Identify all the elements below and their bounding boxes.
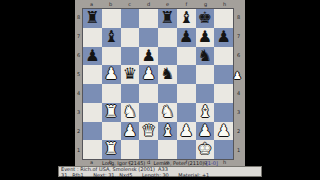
black-rook-e8: ♜ bbox=[160, 9, 174, 28]
square-c1 bbox=[121, 140, 140, 159]
board-panel: abcdefgh abcdefgh 87654321 87654321 ♜♜♝♚… bbox=[75, 0, 245, 177]
square-d5: ♟ bbox=[139, 65, 158, 84]
square-c7 bbox=[121, 28, 140, 47]
coord-label: 2 bbox=[234, 122, 243, 141]
white-pawn-g2: ♟ bbox=[198, 122, 212, 141]
square-h2: ♟ bbox=[214, 122, 233, 141]
coord-label: 6 bbox=[234, 46, 243, 65]
square-b1: ♜ bbox=[102, 140, 121, 159]
square-e8: ♜ bbox=[158, 9, 177, 28]
square-f4 bbox=[177, 84, 196, 103]
square-b2 bbox=[102, 122, 121, 141]
square-b6 bbox=[102, 47, 121, 66]
square-a5 bbox=[83, 65, 102, 84]
black-pawn-a6: ♟ bbox=[85, 47, 99, 66]
video-frame: abcdefgh abcdefgh 87654321 87654321 ♜♜♝♚… bbox=[0, 0, 320, 180]
black-rook-a8: ♜ bbox=[85, 9, 99, 28]
square-d3 bbox=[139, 103, 158, 122]
coord-label: h bbox=[215, 1, 234, 7]
rank-labels-left: 87654321 bbox=[75, 8, 82, 160]
square-e4 bbox=[158, 84, 177, 103]
coord-label: 5 bbox=[75, 65, 82, 84]
black-bishop-f8: ♝ bbox=[179, 9, 193, 28]
coord-label: g bbox=[196, 1, 215, 7]
square-a8: ♜ bbox=[83, 9, 102, 28]
coord-label: e bbox=[158, 1, 177, 7]
square-h7: ♟ bbox=[214, 28, 233, 47]
square-c3: ♞ bbox=[121, 103, 140, 122]
square-g3: ♝ bbox=[196, 103, 215, 122]
square-a1 bbox=[83, 140, 102, 159]
material-advantage-white-pawn-icon: ♟ bbox=[233, 70, 242, 82]
white-rook-b1: ♜ bbox=[104, 140, 118, 159]
square-h3 bbox=[214, 103, 233, 122]
square-g7: ♟ bbox=[196, 28, 215, 47]
white-knight-c3: ♞ bbox=[123, 103, 137, 122]
square-f8: ♝ bbox=[177, 9, 196, 28]
square-a4 bbox=[83, 84, 102, 103]
coord-label: d bbox=[139, 1, 158, 7]
square-e6 bbox=[158, 47, 177, 66]
coord-label: f bbox=[177, 1, 196, 7]
square-d2: ♛ bbox=[139, 122, 158, 141]
square-b5: ♟ bbox=[102, 65, 121, 84]
coord-label: 4 bbox=[234, 84, 243, 103]
square-d8 bbox=[139, 9, 158, 28]
coord-label: a bbox=[82, 1, 101, 7]
black-knight-g6: ♞ bbox=[198, 47, 212, 66]
square-e2: ♝ bbox=[158, 122, 177, 141]
square-c2: ♟ bbox=[121, 122, 140, 141]
square-b3: ♜ bbox=[102, 103, 121, 122]
black-pawn-g7: ♟ bbox=[198, 28, 212, 47]
white-bishop-g3: ♝ bbox=[198, 103, 212, 122]
square-c4 bbox=[121, 84, 140, 103]
black-queen-c5: ♛ bbox=[123, 65, 137, 84]
square-f2: ♟ bbox=[177, 122, 196, 141]
square-d1 bbox=[139, 140, 158, 159]
coord-label: 3 bbox=[75, 103, 82, 122]
square-e3: ♞ bbox=[158, 103, 177, 122]
square-g6: ♞ bbox=[196, 47, 215, 66]
white-pawn-c2: ♟ bbox=[123, 122, 137, 141]
move-line: 31. Rfb1 Next: 31...Nxd5 Length: 30 Mate… bbox=[61, 173, 259, 179]
coord-label: 1 bbox=[75, 141, 82, 160]
square-d4 bbox=[139, 84, 158, 103]
square-f6 bbox=[177, 47, 196, 66]
square-g4 bbox=[196, 84, 215, 103]
square-h8 bbox=[214, 9, 233, 28]
coord-label: 1 bbox=[234, 141, 243, 160]
square-e1 bbox=[158, 140, 177, 159]
coord-label: 8 bbox=[234, 8, 243, 27]
white-pawn-d5: ♟ bbox=[141, 65, 155, 84]
chess-board: ♜♜♝♚♝♟♟♟♟♟♞♟♛♟♞♜♞♞♝♟♛♝♟♟♟♜♚ bbox=[82, 8, 234, 160]
square-h1 bbox=[214, 140, 233, 159]
square-c5: ♛ bbox=[121, 65, 140, 84]
square-h5 bbox=[214, 65, 233, 84]
coord-label: 2 bbox=[75, 122, 82, 141]
game-info-box: Event : Rich.of USA, Smolensk (2001) A33… bbox=[58, 166, 262, 177]
black-pawn-h7: ♟ bbox=[216, 28, 230, 47]
square-g2: ♟ bbox=[196, 122, 215, 141]
square-e5: ♞ bbox=[158, 65, 177, 84]
square-a6: ♟ bbox=[83, 47, 102, 66]
coord-label: b bbox=[101, 1, 120, 7]
square-b4 bbox=[102, 84, 121, 103]
white-knight-e3: ♞ bbox=[160, 103, 174, 122]
square-d6: ♟ bbox=[139, 47, 158, 66]
coord-label: 7 bbox=[234, 27, 243, 46]
coord-label: 6 bbox=[75, 46, 82, 65]
square-g5 bbox=[196, 65, 215, 84]
black-pawn-f7: ♟ bbox=[179, 28, 193, 47]
coord-label: c bbox=[120, 1, 139, 7]
white-pawn-f2: ♟ bbox=[179, 122, 193, 141]
square-b8 bbox=[102, 9, 121, 28]
square-h6 bbox=[214, 47, 233, 66]
white-king-g1: ♚ bbox=[198, 140, 212, 159]
coord-label: 4 bbox=[75, 84, 82, 103]
square-c8 bbox=[121, 9, 140, 28]
coord-label: 8 bbox=[75, 8, 82, 27]
white-queen-d2: ♛ bbox=[141, 122, 155, 141]
coord-label: 3 bbox=[234, 103, 243, 122]
file-labels-top: abcdefgh bbox=[82, 1, 234, 7]
square-f3 bbox=[177, 103, 196, 122]
square-b7: ♝ bbox=[102, 28, 121, 47]
square-g1: ♚ bbox=[196, 140, 215, 159]
coord-label: 7 bbox=[75, 27, 82, 46]
square-f7: ♟ bbox=[177, 28, 196, 47]
white-rook-b3: ♜ bbox=[104, 103, 118, 122]
square-e7 bbox=[158, 28, 177, 47]
square-f5 bbox=[177, 65, 196, 84]
black-knight-e5: ♞ bbox=[160, 65, 174, 84]
black-pawn-d6: ♟ bbox=[141, 47, 155, 66]
square-d7 bbox=[139, 28, 158, 47]
white-pawn-h2: ♟ bbox=[216, 122, 230, 141]
black-bishop-b7: ♝ bbox=[104, 28, 118, 47]
square-h4 bbox=[214, 84, 233, 103]
square-f1 bbox=[177, 140, 196, 159]
black-king-g8: ♚ bbox=[198, 9, 212, 28]
square-a7 bbox=[83, 28, 102, 47]
white-bishop-e2: ♝ bbox=[160, 122, 174, 141]
square-a3 bbox=[83, 103, 102, 122]
rank-labels-right: 87654321 bbox=[234, 8, 243, 160]
white-pawn-b5: ♟ bbox=[104, 65, 118, 84]
square-a2 bbox=[83, 122, 102, 141]
square-c6 bbox=[121, 47, 140, 66]
square-g8: ♚ bbox=[196, 9, 215, 28]
